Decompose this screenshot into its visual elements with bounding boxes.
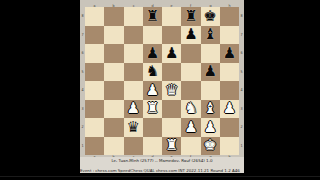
white-queen-piece[interactable]: ♛ bbox=[165, 83, 178, 98]
white-pawn-piece[interactable]: ♟ bbox=[146, 83, 159, 98]
square-g3[interactable]: ♝ bbox=[201, 100, 220, 119]
event-line: Event : chess.com SpeedChess QUAL chess.… bbox=[80, 168, 244, 173]
white-knight-piece[interactable]: ♞ bbox=[184, 101, 197, 116]
file-labels-bottom: abcdefgh bbox=[85, 152, 239, 157]
white-rook-piece[interactable]: ♜ bbox=[146, 101, 159, 116]
rank-label-4: 4 bbox=[240, 86, 242, 94]
white-pawn-piece[interactable]: ♟ bbox=[223, 101, 236, 116]
square-d8[interactable]: ♜ bbox=[143, 7, 162, 26]
square-d3[interactable]: ♜ bbox=[143, 100, 162, 119]
square-e8[interactable] bbox=[162, 7, 181, 26]
square-f5[interactable] bbox=[181, 63, 200, 82]
rank-label-8: 8 bbox=[240, 12, 242, 20]
white-bishop-piece[interactable]: ♝ bbox=[203, 101, 216, 116]
square-d6[interactable]: ♟ bbox=[143, 44, 162, 63]
square-e6[interactable]: ♟ bbox=[162, 44, 181, 63]
square-h5[interactable] bbox=[220, 63, 239, 82]
square-h6[interactable]: ♟ bbox=[220, 44, 239, 63]
square-b3[interactable] bbox=[104, 100, 123, 119]
black-pawn-piece[interactable]: ♟ bbox=[165, 46, 178, 61]
rank-label-1: 1 bbox=[240, 142, 242, 150]
square-c8[interactable] bbox=[124, 7, 143, 26]
rank-label-4: 4 bbox=[81, 86, 83, 94]
square-c6[interactable] bbox=[124, 44, 143, 63]
black-rook-piece[interactable]: ♜ bbox=[146, 9, 159, 24]
rank-label-3: 3 bbox=[81, 105, 83, 113]
rank-label-6: 6 bbox=[240, 49, 242, 57]
bottom-divider bbox=[0, 176, 320, 177]
square-c5[interactable] bbox=[124, 63, 143, 82]
square-g6[interactable] bbox=[201, 44, 220, 63]
white-pawn-piece[interactable]: ♟ bbox=[184, 120, 197, 135]
chess-board: ♜♜♚♟♝♟♟♟♞♟♟♛♟♜♞♝♟♛♟♟♜♚ bbox=[85, 7, 239, 155]
black-rook-piece[interactable]: ♜ bbox=[184, 9, 197, 24]
rank-label-5: 5 bbox=[81, 68, 83, 76]
square-e4[interactable]: ♛ bbox=[162, 81, 181, 100]
black-pawn-piece[interactable]: ♟ bbox=[203, 64, 216, 79]
black-knight-piece[interactable]: ♞ bbox=[146, 64, 159, 79]
rank-label-6: 6 bbox=[81, 49, 83, 57]
square-f3[interactable]: ♞ bbox=[181, 100, 200, 119]
video-frame: abcdefgh 87654321 87654321 ♜♜♚♟♝♟♟♟♞♟♟♛♟… bbox=[0, 0, 320, 180]
square-b4[interactable] bbox=[104, 81, 123, 100]
square-a6[interactable] bbox=[85, 44, 104, 63]
square-f6[interactable] bbox=[181, 44, 200, 63]
square-f4[interactable] bbox=[181, 81, 200, 100]
square-g4[interactable] bbox=[201, 81, 220, 100]
square-h3[interactable]: ♟ bbox=[220, 100, 239, 119]
square-c4[interactable] bbox=[124, 81, 143, 100]
white-pawn-piece[interactable]: ♟ bbox=[203, 120, 216, 135]
square-g2[interactable]: ♟ bbox=[201, 118, 220, 137]
square-h8[interactable] bbox=[220, 7, 239, 26]
square-b2[interactable] bbox=[104, 118, 123, 137]
square-g8[interactable]: ♚ bbox=[201, 7, 220, 26]
square-c3[interactable]: ♟ bbox=[124, 100, 143, 119]
chess-gui-panel: abcdefgh 87654321 87654321 ♜♜♚♟♝♟♟♟♞♟♟♛♟… bbox=[80, 0, 244, 173]
square-d5[interactable]: ♞ bbox=[143, 63, 162, 82]
rank-label-3: 3 bbox=[240, 105, 242, 113]
game-info-footer: Le, Tuan-Minh (2577) -- Mamedov, Rauf (2… bbox=[80, 157, 244, 173]
square-e3[interactable] bbox=[162, 100, 181, 119]
rank-label-1: 1 bbox=[81, 142, 83, 150]
square-d4[interactable]: ♟ bbox=[143, 81, 162, 100]
square-f8[interactable]: ♜ bbox=[181, 7, 200, 26]
square-c7[interactable] bbox=[124, 26, 143, 45]
players-line: Le, Tuan-Minh (2577) -- Mamedov, Rauf (2… bbox=[80, 158, 244, 163]
square-g7[interactable]: ♝ bbox=[201, 26, 220, 45]
black-pawn-piece[interactable]: ♟ bbox=[223, 46, 236, 61]
square-e7[interactable] bbox=[162, 26, 181, 45]
black-pawn-piece[interactable]: ♟ bbox=[146, 46, 159, 61]
square-h2[interactable] bbox=[220, 118, 239, 137]
square-h4[interactable] bbox=[220, 81, 239, 100]
square-f7[interactable]: ♟ bbox=[181, 26, 200, 45]
square-a7[interactable] bbox=[85, 26, 104, 45]
square-f2[interactable]: ♟ bbox=[181, 118, 200, 137]
rank-label-7: 7 bbox=[240, 31, 242, 39]
square-b6[interactable] bbox=[104, 44, 123, 63]
square-b5[interactable] bbox=[104, 63, 123, 82]
square-h7[interactable] bbox=[220, 26, 239, 45]
square-a8[interactable] bbox=[85, 7, 104, 26]
white-pawn-piece[interactable]: ♟ bbox=[126, 101, 139, 116]
rank-label-8: 8 bbox=[81, 12, 83, 20]
square-a5[interactable] bbox=[85, 63, 104, 82]
rank-label-5: 5 bbox=[240, 68, 242, 76]
square-b8[interactable] bbox=[104, 7, 123, 26]
square-e5[interactable] bbox=[162, 63, 181, 82]
rank-label-2: 2 bbox=[240, 123, 242, 131]
square-d7[interactable] bbox=[143, 26, 162, 45]
square-a3[interactable] bbox=[85, 100, 104, 119]
black-queen-piece[interactable]: ♛ bbox=[126, 120, 139, 135]
black-king-piece[interactable]: ♚ bbox=[203, 9, 216, 24]
file-labels-top: abcdefgh bbox=[85, 1, 239, 6]
square-g5[interactable]: ♟ bbox=[201, 63, 220, 82]
black-pawn-piece[interactable]: ♟ bbox=[184, 27, 197, 42]
square-b7[interactable] bbox=[104, 26, 123, 45]
square-a4[interactable] bbox=[85, 81, 104, 100]
rank-label-7: 7 bbox=[81, 31, 83, 39]
square-d2[interactable] bbox=[143, 118, 162, 137]
square-c2[interactable]: ♛ bbox=[124, 118, 143, 137]
square-e2[interactable] bbox=[162, 118, 181, 137]
square-a2[interactable] bbox=[85, 118, 104, 137]
black-bishop-piece[interactable]: ♝ bbox=[203, 27, 216, 42]
rank-label-2: 2 bbox=[81, 123, 83, 131]
rank-labels-right: 87654321 bbox=[239, 7, 244, 155]
